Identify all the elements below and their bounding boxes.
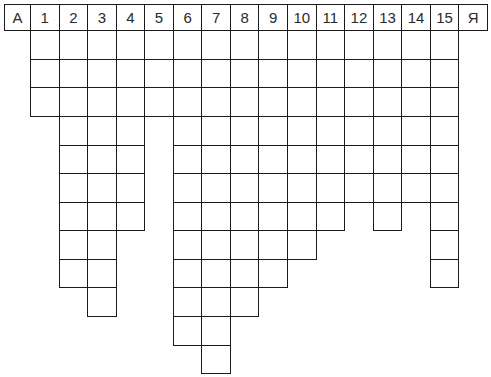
grid-cell[interactable] <box>59 259 89 289</box>
grid-cell[interactable] <box>401 30 431 60</box>
grid-cell[interactable] <box>430 87 460 117</box>
grid-cell[interactable] <box>401 173 431 203</box>
grid-cell[interactable] <box>316 145 346 175</box>
grid-cell[interactable] <box>173 30 203 60</box>
grid-cell[interactable] <box>87 145 117 175</box>
puzzle-page: А123456789101112131415Я <box>0 0 491 377</box>
grid-cell[interactable] <box>230 202 260 232</box>
grid-cell[interactable] <box>201 230 231 260</box>
grid-cell[interactable] <box>173 202 203 232</box>
grid-cell[interactable] <box>173 230 203 260</box>
grid-cell[interactable] <box>258 145 288 175</box>
grid-cell[interactable] <box>287 87 317 117</box>
grid-cell[interactable] <box>258 30 288 60</box>
grid-cell[interactable] <box>430 230 460 260</box>
grid-cell[interactable] <box>230 287 260 317</box>
grid-cell[interactable] <box>87 116 117 146</box>
grid-cell[interactable] <box>430 116 460 146</box>
header-cell-14: 14 <box>401 4 431 31</box>
grid-cell[interactable] <box>258 87 288 117</box>
grid-cell[interactable] <box>201 87 231 117</box>
grid-cell[interactable] <box>344 87 374 117</box>
grid-cell[interactable] <box>430 202 460 232</box>
grid-cell[interactable] <box>201 30 231 60</box>
grid-cell[interactable] <box>116 116 146 146</box>
grid-cell[interactable] <box>316 59 346 89</box>
grid-cell[interactable] <box>87 230 117 260</box>
grid-cell[interactable] <box>116 59 146 89</box>
grid-cell[interactable] <box>401 116 431 146</box>
grid-cell[interactable] <box>87 59 117 89</box>
grid-cell[interactable] <box>373 87 403 117</box>
grid-cell[interactable] <box>87 87 117 117</box>
header-cell-11: 11 <box>316 4 346 31</box>
grid-cell[interactable] <box>116 145 146 175</box>
header-cell-2: 2 <box>59 4 89 31</box>
header-cell-13: 13 <box>373 4 403 31</box>
grid-cell[interactable] <box>59 230 89 260</box>
grid-cell[interactable] <box>316 87 346 117</box>
header-cell-1: 1 <box>30 4 60 31</box>
grid-cell[interactable] <box>201 173 231 203</box>
grid-cell[interactable] <box>230 30 260 60</box>
grid-cell[interactable] <box>173 87 203 117</box>
grid-cell[interactable] <box>30 59 60 89</box>
grid-cell[interactable] <box>258 59 288 89</box>
grid-cell[interactable] <box>316 30 346 60</box>
header-cell-15: 15 <box>430 4 460 31</box>
grid-cell[interactable] <box>287 116 317 146</box>
grid-cell[interactable] <box>173 259 203 289</box>
grid-cell[interactable] <box>316 202 346 232</box>
grid-cell[interactable] <box>230 259 260 289</box>
grid-cell[interactable] <box>173 145 203 175</box>
grid-cell[interactable] <box>116 202 146 232</box>
header-cell-4: 4 <box>116 4 146 31</box>
grid-cell[interactable] <box>430 259 460 289</box>
grid-cell[interactable] <box>344 30 374 60</box>
grid-cell[interactable] <box>59 173 89 203</box>
grid-cell[interactable] <box>430 173 460 203</box>
header-cell-16: Я <box>458 4 488 31</box>
grid-cell[interactable] <box>258 230 288 260</box>
grid-cell[interactable] <box>401 59 431 89</box>
grid-cell[interactable] <box>173 116 203 146</box>
grid-cell[interactable] <box>230 116 260 146</box>
header-cell-9: 9 <box>258 4 288 31</box>
grid-cell[interactable] <box>116 173 146 203</box>
grid-cell[interactable] <box>401 145 431 175</box>
grid-cell[interactable] <box>344 173 374 203</box>
header-cell-10: 10 <box>287 4 317 31</box>
grid-cell[interactable] <box>287 173 317 203</box>
header-cell-6: 6 <box>173 4 203 31</box>
grid-cell[interactable] <box>344 116 374 146</box>
grid-cell[interactable] <box>30 87 60 117</box>
grid-cell[interactable] <box>87 173 117 203</box>
grid-cell[interactable] <box>201 345 231 375</box>
header-cell-8: 8 <box>230 4 260 31</box>
header-cell-3: 3 <box>87 4 117 31</box>
grid-cell[interactable] <box>144 30 174 60</box>
grid-cell[interactable] <box>230 173 260 203</box>
grid-cell[interactable] <box>373 173 403 203</box>
grid-cell[interactable] <box>144 59 174 89</box>
grid-cell[interactable] <box>258 173 288 203</box>
grid-cell[interactable] <box>373 116 403 146</box>
grid-cell[interactable] <box>258 116 288 146</box>
grid-cell[interactable] <box>59 59 89 89</box>
grid-cell[interactable] <box>316 116 346 146</box>
grid-cell[interactable] <box>173 173 203 203</box>
grid-cell[interactable] <box>430 30 460 60</box>
grid-cell[interactable] <box>59 202 89 232</box>
grid-cell[interactable] <box>430 59 460 89</box>
grid-cell[interactable] <box>144 87 174 117</box>
grid-cell[interactable] <box>173 59 203 89</box>
header-cell-12: 12 <box>344 4 374 31</box>
grid-cell[interactable] <box>230 87 260 117</box>
grid-cell[interactable] <box>287 230 317 260</box>
grid-cell[interactable] <box>287 59 317 89</box>
grid-cell[interactable] <box>287 30 317 60</box>
grid-cell[interactable] <box>87 287 117 317</box>
grid-cell[interactable] <box>201 59 231 89</box>
grid-cell[interactable] <box>344 145 374 175</box>
puzzle-board: А123456789101112131415Я <box>0 0 491 377</box>
grid-cell[interactable] <box>30 30 60 60</box>
grid-cell[interactable] <box>87 259 117 289</box>
grid-cell[interactable] <box>373 145 403 175</box>
grid-cell[interactable] <box>316 173 346 203</box>
grid-cell[interactable] <box>287 145 317 175</box>
grid-cell[interactable] <box>230 230 260 260</box>
grid-cell[interactable] <box>373 30 403 60</box>
grid-cell[interactable] <box>201 145 231 175</box>
grid-cell[interactable] <box>287 202 317 232</box>
grid-cell[interactable] <box>173 287 203 317</box>
grid-cell[interactable] <box>258 259 288 289</box>
grid-cell[interactable] <box>373 59 403 89</box>
grid-cell[interactable] <box>344 59 374 89</box>
header-cell-7: 7 <box>201 4 231 31</box>
grid-cell[interactable] <box>87 30 117 60</box>
grid-cell[interactable] <box>59 116 89 146</box>
grid-cell[interactable] <box>201 287 231 317</box>
grid-cell[interactable] <box>87 202 117 232</box>
grid-cell[interactable] <box>201 259 231 289</box>
grid-cell[interactable] <box>373 202 403 232</box>
grid-cell[interactable] <box>59 30 89 60</box>
grid-cell[interactable] <box>201 316 231 346</box>
grid-cell[interactable] <box>116 30 146 60</box>
grid-cell[interactable] <box>59 87 89 117</box>
grid-cell[interactable] <box>258 202 288 232</box>
grid-cell[interactable] <box>173 316 203 346</box>
grid-cell[interactable] <box>59 145 89 175</box>
grid-cell[interactable] <box>230 59 260 89</box>
grid-cell[interactable] <box>201 116 231 146</box>
grid-cell[interactable] <box>401 87 431 117</box>
header-cell-0: А <box>4 4 31 31</box>
grid-cell[interactable] <box>201 202 231 232</box>
grid-cell[interactable] <box>116 87 146 117</box>
grid-cell[interactable] <box>430 145 460 175</box>
grid-cell[interactable] <box>230 145 260 175</box>
header-cell-5: 5 <box>144 4 174 31</box>
